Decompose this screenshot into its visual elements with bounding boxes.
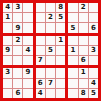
cell-r2c7[interactable]	[68, 13, 77, 22]
sudoku-box-0-2: 256	[68, 3, 98, 33]
cell-r1c9[interactable]	[89, 3, 98, 12]
cell-r7c2[interactable]	[13, 68, 22, 77]
cell-r4c4[interactable]	[36, 36, 45, 45]
cell-r7c1[interactable]: 3	[3, 68, 12, 77]
cell-r2c3[interactable]	[23, 13, 32, 22]
cell-r6c3[interactable]	[23, 56, 32, 65]
cell-r4c7[interactable]	[68, 36, 77, 45]
cell-r3c8[interactable]	[79, 23, 88, 32]
cell-r4c3[interactable]	[23, 36, 32, 45]
sudoku-box-2-1: 674	[36, 68, 66, 98]
cell-r5c1[interactable]: 9	[3, 46, 12, 55]
cell-r4c8[interactable]	[79, 36, 88, 45]
cell-r3c6[interactable]	[56, 23, 65, 32]
cell-r7c7[interactable]	[68, 68, 77, 77]
cell-r5c8[interactable]	[79, 46, 88, 55]
cell-r9c1[interactable]	[3, 89, 12, 98]
cell-r7c3[interactable]: 9	[23, 68, 32, 77]
cell-r1c5[interactable]	[46, 3, 55, 12]
cell-r4c2[interactable]: 2	[13, 36, 22, 45]
sudoku-box-1-2: 136	[68, 36, 98, 66]
cell-r8c3[interactable]	[23, 79, 32, 88]
sudoku-box-0-1: 825	[36, 3, 66, 33]
cell-r6c7[interactable]	[68, 56, 77, 65]
cell-r1c7[interactable]	[68, 3, 77, 12]
cell-r8c1[interactable]	[3, 79, 12, 88]
cell-r8c8[interactable]	[79, 79, 88, 88]
cell-r6c2[interactable]	[13, 56, 22, 65]
cell-r3c5[interactable]	[46, 23, 55, 32]
cell-r4c1[interactable]	[3, 36, 12, 45]
sudoku-box-1-0: 294	[3, 36, 33, 66]
sudoku-box-0-0: 4319	[3, 3, 33, 33]
cell-r3c4[interactable]	[36, 23, 45, 32]
cell-r8c5[interactable]: 7	[46, 79, 55, 88]
cell-r8c6[interactable]	[56, 79, 65, 88]
cell-r9c9[interactable]: 5	[89, 89, 98, 98]
cell-r9c3[interactable]	[23, 89, 32, 98]
cell-r3c3[interactable]	[23, 23, 32, 32]
cell-r5c7[interactable]: 1	[68, 46, 77, 55]
cell-r2c8[interactable]	[79, 13, 88, 22]
cell-r5c4[interactable]	[36, 46, 45, 55]
cell-r1c1[interactable]: 4	[3, 3, 12, 12]
cell-r2c5[interactable]: 2	[46, 13, 55, 22]
cell-r2c1[interactable]: 1	[3, 13, 12, 22]
cell-r8c4[interactable]: 6	[36, 79, 45, 88]
cell-r5c2[interactable]	[13, 46, 22, 55]
cell-r1c2[interactable]: 3	[13, 3, 22, 12]
cell-r6c4[interactable]: 7	[36, 56, 45, 65]
cell-r1c6[interactable]: 8	[56, 3, 65, 12]
cell-r2c9[interactable]	[89, 13, 98, 22]
cell-r4c6[interactable]: 1	[56, 36, 65, 45]
cell-r1c4[interactable]	[36, 3, 45, 12]
cell-r9c8[interactable]: 8	[79, 89, 88, 98]
sudoku-box-2-0: 396	[3, 68, 33, 98]
cell-r4c9[interactable]	[89, 36, 98, 45]
sudoku-box-2-2: 1485	[68, 68, 98, 98]
cell-r8c9[interactable]: 4	[89, 79, 98, 88]
cell-r8c2[interactable]	[13, 79, 22, 88]
cell-r1c3[interactable]	[23, 3, 32, 12]
cell-r8c7[interactable]	[68, 79, 77, 88]
cell-r9c2[interactable]: 6	[13, 89, 22, 98]
cell-r7c8[interactable]: 1	[79, 68, 88, 77]
cell-r9c6[interactable]	[56, 89, 65, 98]
sudoku-board: 43198252562941571363966741485	[0, 0, 101, 101]
cell-r6c8[interactable]: 6	[79, 56, 88, 65]
cell-r3c1[interactable]	[3, 23, 12, 32]
cell-r3c2[interactable]: 9	[13, 23, 22, 32]
cell-r7c9[interactable]	[89, 68, 98, 77]
cell-r2c4[interactable]	[36, 13, 45, 22]
cell-r2c6[interactable]: 5	[56, 13, 65, 22]
cell-r9c5[interactable]	[46, 89, 55, 98]
cell-r9c7[interactable]	[68, 89, 77, 98]
cell-r5c6[interactable]	[56, 46, 65, 55]
cell-r3c7[interactable]: 5	[68, 23, 77, 32]
cell-r7c4[interactable]	[36, 68, 45, 77]
cell-r4c5[interactable]	[46, 36, 55, 45]
cell-r6c5[interactable]	[46, 56, 55, 65]
cell-r6c9[interactable]	[89, 56, 98, 65]
cell-r5c5[interactable]: 5	[46, 46, 55, 55]
cell-r7c5[interactable]	[46, 68, 55, 77]
cell-r5c9[interactable]: 3	[89, 46, 98, 55]
cell-r6c6[interactable]	[56, 56, 65, 65]
cell-r9c4[interactable]: 4	[36, 89, 45, 98]
cell-r5c3[interactable]: 4	[23, 46, 32, 55]
cell-r3c9[interactable]: 6	[89, 23, 98, 32]
cell-r7c6[interactable]	[56, 68, 65, 77]
sudoku-box-1-1: 157	[36, 36, 66, 66]
cell-r2c2[interactable]	[13, 13, 22, 22]
cell-r1c8[interactable]: 2	[79, 3, 88, 12]
cell-r6c1[interactable]	[3, 56, 12, 65]
